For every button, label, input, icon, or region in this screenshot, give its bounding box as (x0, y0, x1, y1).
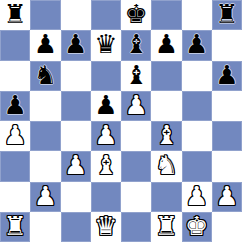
black-pawn[interactable]: ♟ (64, 31, 87, 57)
black-rook[interactable]: ♜ (215, 1, 238, 27)
black-queen[interactable]: ♛ (94, 31, 117, 57)
white-bishop[interactable]: ♝ (94, 152, 117, 178)
black-pawn[interactable]: ♟ (94, 92, 117, 118)
white-king[interactable]: ♚ (185, 213, 208, 239)
white-pawn[interactable]: ♟ (3, 122, 26, 148)
white-pawn[interactable]: ♟ (34, 183, 57, 209)
square-g5[interactable] (182, 91, 212, 121)
square-b8[interactable] (30, 0, 60, 30)
black-pawn[interactable]: ♟ (155, 31, 178, 57)
square-d6[interactable] (91, 61, 121, 91)
square-g6[interactable] (182, 61, 212, 91)
square-c6[interactable] (61, 61, 91, 91)
white-pawn[interactable]: ♟ (94, 122, 117, 148)
square-f7[interactable]: ♟ (151, 30, 181, 60)
square-f6[interactable] (151, 61, 181, 91)
square-f8[interactable] (151, 0, 181, 30)
square-b3[interactable] (30, 151, 60, 181)
square-g7[interactable]: ♟ (182, 30, 212, 60)
square-h3[interactable] (212, 151, 242, 181)
square-a4[interactable]: ♟ (0, 121, 30, 151)
square-g3[interactable] (182, 151, 212, 181)
square-f3[interactable]: ♞ (151, 151, 181, 181)
square-b5[interactable] (30, 91, 60, 121)
square-d1[interactable]: ♛ (91, 212, 121, 242)
square-e2[interactable] (121, 182, 151, 212)
square-d5[interactable]: ♟ (91, 91, 121, 121)
square-e3[interactable] (121, 151, 151, 181)
square-a8[interactable]: ♜ (0, 0, 30, 30)
square-h5[interactable] (212, 91, 242, 121)
square-g4[interactable] (182, 121, 212, 151)
square-e8[interactable]: ♚ (121, 0, 151, 30)
square-b2[interactable]: ♟ (30, 182, 60, 212)
square-c4[interactable] (61, 121, 91, 151)
white-pawn[interactable]: ♟ (64, 152, 87, 178)
square-h1[interactable] (212, 212, 242, 242)
white-rook[interactable]: ♜ (155, 213, 178, 239)
square-c3[interactable]: ♟ (61, 151, 91, 181)
black-knight[interactable]: ♞ (34, 62, 57, 88)
square-f5[interactable] (151, 91, 181, 121)
black-pawn[interactable]: ♟ (215, 62, 238, 88)
white-knight[interactable]: ♞ (155, 152, 178, 178)
square-e6[interactable]: ♝ (121, 61, 151, 91)
white-rook[interactable]: ♜ (3, 213, 26, 239)
square-a1[interactable]: ♜ (0, 212, 30, 242)
black-pawn[interactable]: ♟ (34, 31, 57, 57)
square-c7[interactable]: ♟ (61, 30, 91, 60)
square-b6[interactable]: ♞ (30, 61, 60, 91)
square-e4[interactable] (121, 121, 151, 151)
square-h4[interactable] (212, 121, 242, 151)
square-c1[interactable] (61, 212, 91, 242)
square-a3[interactable] (0, 151, 30, 181)
square-g8[interactable] (182, 0, 212, 30)
black-pawn[interactable]: ♟ (3, 92, 26, 118)
square-g1[interactable]: ♚ (182, 212, 212, 242)
square-d7[interactable]: ♛ (91, 30, 121, 60)
square-e5[interactable]: ♟ (121, 91, 151, 121)
square-d8[interactable] (91, 0, 121, 30)
square-b4[interactable] (30, 121, 60, 151)
square-e7[interactable]: ♝ (121, 30, 151, 60)
square-g2[interactable]: ♟ (182, 182, 212, 212)
square-h2[interactable]: ♟ (212, 182, 242, 212)
square-a7[interactable] (0, 30, 30, 60)
white-pawn[interactable]: ♟ (185, 183, 208, 209)
square-c5[interactable] (61, 91, 91, 121)
black-king[interactable]: ♚ (124, 1, 147, 27)
square-f1[interactable]: ♜ (151, 212, 181, 242)
white-bishop[interactable]: ♝ (155, 122, 178, 148)
black-bishop[interactable]: ♝ (124, 62, 147, 88)
square-f2[interactable] (151, 182, 181, 212)
white-queen[interactable]: ♛ (94, 213, 117, 239)
square-a5[interactable]: ♟ (0, 91, 30, 121)
square-d2[interactable] (91, 182, 121, 212)
square-a2[interactable] (0, 182, 30, 212)
chess-board: ♜♚♜♟♟♛♝♟♟♞♝♟♟♟♟♟♟♝♟♝♞♟♟♟♜♛♜♚ (0, 0, 242, 242)
square-d4[interactable]: ♟ (91, 121, 121, 151)
square-h7[interactable] (212, 30, 242, 60)
square-c8[interactable] (61, 0, 91, 30)
square-f4[interactable]: ♝ (151, 121, 181, 151)
square-e1[interactable] (121, 212, 151, 242)
black-bishop[interactable]: ♝ (124, 31, 147, 57)
black-rook[interactable]: ♜ (3, 1, 26, 27)
square-b1[interactable] (30, 212, 60, 242)
square-d3[interactable]: ♝ (91, 151, 121, 181)
square-c2[interactable] (61, 182, 91, 212)
square-b7[interactable]: ♟ (30, 30, 60, 60)
square-a6[interactable] (0, 61, 30, 91)
white-pawn[interactable]: ♟ (124, 92, 147, 118)
white-pawn[interactable]: ♟ (215, 183, 238, 209)
square-h6[interactable]: ♟ (212, 61, 242, 91)
black-pawn[interactable]: ♟ (185, 31, 208, 57)
square-h8[interactable]: ♜ (212, 0, 242, 30)
